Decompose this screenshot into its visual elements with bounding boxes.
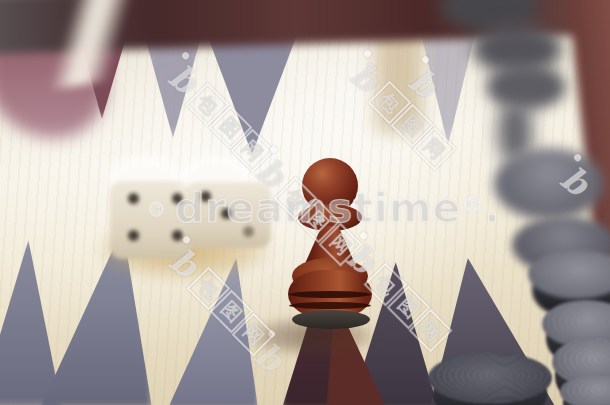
die-front-face — [185, 182, 271, 248]
chess-pawn — [276, 152, 380, 352]
die-pip — [128, 193, 139, 204]
die-pip — [243, 226, 254, 237]
black-checker — [560, 374, 610, 405]
die-pip — [172, 230, 183, 241]
black-checker-blurred — [494, 148, 604, 220]
die-right — [185, 162, 251, 236]
pawn-base-groove — [289, 302, 371, 309]
die-pip — [128, 230, 139, 241]
backgammon-board-photo: ©dreamstime®. b 包 图 网 b 包 图 网 b 包 图 网 b … — [0, 0, 610, 405]
black-checker-blurred — [486, 64, 566, 110]
checker-top — [428, 352, 552, 404]
die-pip — [200, 191, 211, 202]
die-front-face — [110, 181, 192, 259]
die-pip — [172, 193, 183, 204]
pawn-base-groove — [289, 291, 371, 298]
checker-top — [560, 374, 610, 405]
black-checker-front — [428, 352, 552, 405]
die-pip — [221, 208, 232, 219]
pawn-felt-bottom — [292, 310, 370, 329]
die-left — [110, 163, 178, 239]
